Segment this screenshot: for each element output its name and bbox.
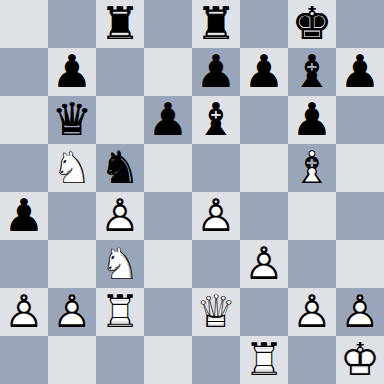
square-d4[interactable] <box>144 192 192 240</box>
square-b2[interactable]: ♟♙ <box>48 288 96 336</box>
black-knight[interactable]: ♞♘ <box>96 144 144 192</box>
square-b8[interactable] <box>48 0 96 48</box>
white-pawn[interactable]: ♟♙ <box>48 288 96 336</box>
square-c1[interactable] <box>96 336 144 384</box>
white-rook[interactable]: ♜♖ <box>240 336 288 384</box>
piece-glyph-fill: ♟ <box>336 288 384 336</box>
piece-glyph-outline: ♙ <box>288 288 336 336</box>
square-a1[interactable] <box>0 336 48 384</box>
square-a2[interactable]: ♟♙ <box>0 288 48 336</box>
black-rook[interactable]: ♜♖ <box>192 0 240 48</box>
black-pawn[interactable]: ♟♙ <box>240 48 288 96</box>
white-rook[interactable]: ♜♖ <box>96 288 144 336</box>
piece-glyph-outline: ♔ <box>288 0 336 48</box>
square-f5[interactable] <box>240 144 288 192</box>
square-f2[interactable] <box>240 288 288 336</box>
piece-glyph-fill: ♜ <box>240 336 288 384</box>
square-e2[interactable]: ♛♕ <box>192 288 240 336</box>
square-e7[interactable]: ♟♙ <box>192 48 240 96</box>
piece-glyph-outline: ♙ <box>0 288 48 336</box>
square-a6[interactable] <box>0 96 48 144</box>
square-c6[interactable] <box>96 96 144 144</box>
piece-glyph-fill: ♟ <box>192 192 240 240</box>
piece-glyph-outline: ♕ <box>48 96 96 144</box>
square-h5[interactable] <box>336 144 384 192</box>
square-c5[interactable]: ♞♘ <box>96 144 144 192</box>
square-c3[interactable]: ♞♘ <box>96 240 144 288</box>
piece-glyph-fill: ♝ <box>288 144 336 192</box>
square-h2[interactable]: ♟♙ <box>336 288 384 336</box>
piece-glyph-fill: ♞ <box>96 144 144 192</box>
black-pawn[interactable]: ♟♙ <box>0 192 48 240</box>
piece-glyph-outline: ♙ <box>240 240 288 288</box>
white-pawn[interactable]: ♟♙ <box>288 288 336 336</box>
square-g7[interactable]: ♝♗ <box>288 48 336 96</box>
piece-glyph-outline: ♗ <box>288 48 336 96</box>
black-bishop[interactable]: ♝♗ <box>288 48 336 96</box>
square-d6[interactable]: ♟♙ <box>144 96 192 144</box>
black-pawn[interactable]: ♟♙ <box>144 96 192 144</box>
piece-glyph-outline: ♗ <box>288 144 336 192</box>
square-b3[interactable] <box>48 240 96 288</box>
piece-glyph-fill: ♟ <box>288 96 336 144</box>
square-g2[interactable]: ♟♙ <box>288 288 336 336</box>
piece-glyph-fill: ♞ <box>96 240 144 288</box>
square-c2[interactable]: ♜♖ <box>96 288 144 336</box>
square-e8[interactable]: ♜♖ <box>192 0 240 48</box>
piece-glyph-fill: ♜ <box>192 0 240 48</box>
piece-glyph-fill: ♟ <box>48 288 96 336</box>
piece-glyph-fill: ♝ <box>288 48 336 96</box>
square-d5[interactable] <box>144 144 192 192</box>
square-h1[interactable]: ♚♔ <box>336 336 384 384</box>
black-pawn[interactable]: ♟♙ <box>48 48 96 96</box>
square-g5[interactable]: ♝♗ <box>288 144 336 192</box>
piece-glyph-fill: ♛ <box>192 288 240 336</box>
square-d1[interactable] <box>144 336 192 384</box>
piece-glyph-outline: ♙ <box>96 192 144 240</box>
piece-glyph-fill: ♟ <box>192 48 240 96</box>
white-pawn[interactable]: ♟♙ <box>96 192 144 240</box>
piece-glyph-outline: ♖ <box>192 0 240 48</box>
square-g6[interactable]: ♟♙ <box>288 96 336 144</box>
piece-glyph-fill: ♜ <box>96 0 144 48</box>
piece-glyph-fill: ♟ <box>48 48 96 96</box>
square-a3[interactable] <box>0 240 48 288</box>
square-e3[interactable] <box>192 240 240 288</box>
piece-glyph-outline: ♙ <box>48 288 96 336</box>
white-pawn[interactable]: ♟♙ <box>0 288 48 336</box>
black-queen[interactable]: ♛♕ <box>48 96 96 144</box>
piece-glyph-fill: ♟ <box>96 192 144 240</box>
black-pawn[interactable]: ♟♙ <box>336 48 384 96</box>
piece-glyph-outline: ♙ <box>336 48 384 96</box>
white-pawn[interactable]: ♟♙ <box>336 288 384 336</box>
piece-glyph-outline: ♙ <box>48 48 96 96</box>
piece-glyph-outline: ♘ <box>96 240 144 288</box>
black-king[interactable]: ♚♔ <box>288 0 336 48</box>
square-f7[interactable]: ♟♙ <box>240 48 288 96</box>
square-e4[interactable]: ♟♙ <box>192 192 240 240</box>
piece-glyph-fill: ♛ <box>48 96 96 144</box>
square-g3[interactable] <box>288 240 336 288</box>
chess-board: ♜♖♜♖♚♔♟♙♟♙♟♙♝♗♟♙♛♕♟♙♝♗♟♙♞♘♞♘♝♗♟♙♟♙♟♙♞♘♟♙… <box>0 0 384 384</box>
square-d2[interactable] <box>144 288 192 336</box>
square-b1[interactable] <box>48 336 96 384</box>
piece-glyph-fill: ♟ <box>336 48 384 96</box>
square-b5[interactable]: ♞♘ <box>48 144 96 192</box>
square-c4[interactable]: ♟♙ <box>96 192 144 240</box>
square-a8[interactable] <box>0 0 48 48</box>
square-f6[interactable] <box>240 96 288 144</box>
piece-glyph-outline: ♘ <box>48 144 96 192</box>
square-d8[interactable] <box>144 0 192 48</box>
square-e6[interactable]: ♝♗ <box>192 96 240 144</box>
square-g8[interactable]: ♚♔ <box>288 0 336 48</box>
square-a7[interactable] <box>0 48 48 96</box>
piece-glyph-fill: ♟ <box>240 240 288 288</box>
piece-glyph-outline: ♖ <box>240 336 288 384</box>
square-h4[interactable] <box>336 192 384 240</box>
piece-glyph-outline: ♘ <box>96 144 144 192</box>
white-bishop[interactable]: ♝♗ <box>288 144 336 192</box>
piece-glyph-outline: ♙ <box>240 48 288 96</box>
piece-glyph-fill: ♚ <box>336 336 384 384</box>
square-f1[interactable]: ♜♖ <box>240 336 288 384</box>
piece-glyph-outline: ♔ <box>336 336 384 384</box>
white-pawn[interactable]: ♟♙ <box>240 240 288 288</box>
white-queen[interactable]: ♛♕ <box>192 288 240 336</box>
square-a4[interactable]: ♟♙ <box>0 192 48 240</box>
square-c7[interactable] <box>96 48 144 96</box>
black-rook[interactable]: ♜♖ <box>96 0 144 48</box>
piece-glyph-outline: ♖ <box>96 0 144 48</box>
square-g4[interactable] <box>288 192 336 240</box>
piece-glyph-fill: ♟ <box>240 48 288 96</box>
square-e1[interactable] <box>192 336 240 384</box>
black-pawn[interactable]: ♟♙ <box>288 96 336 144</box>
piece-glyph-fill: ♞ <box>48 144 96 192</box>
square-a5[interactable] <box>0 144 48 192</box>
white-pawn[interactable]: ♟♙ <box>192 192 240 240</box>
square-b6[interactable]: ♛♕ <box>48 96 96 144</box>
piece-glyph-outline: ♙ <box>192 48 240 96</box>
piece-glyph-fill: ♚ <box>288 0 336 48</box>
square-b4[interactable] <box>48 192 96 240</box>
black-bishop[interactable]: ♝♗ <box>192 96 240 144</box>
square-h3[interactable] <box>336 240 384 288</box>
black-pawn[interactable]: ♟♙ <box>192 48 240 96</box>
square-f3[interactable]: ♟♙ <box>240 240 288 288</box>
piece-glyph-fill: ♝ <box>192 96 240 144</box>
white-knight[interactable]: ♞♘ <box>48 144 96 192</box>
piece-glyph-outline: ♙ <box>144 96 192 144</box>
square-e5[interactable] <box>192 144 240 192</box>
piece-glyph-outline: ♙ <box>336 288 384 336</box>
piece-glyph-outline: ♙ <box>192 192 240 240</box>
piece-glyph-outline: ♙ <box>288 96 336 144</box>
square-h7[interactable]: ♟♙ <box>336 48 384 96</box>
square-d7[interactable] <box>144 48 192 96</box>
piece-glyph-fill: ♟ <box>144 96 192 144</box>
piece-glyph-outline: ♗ <box>192 96 240 144</box>
piece-glyph-fill: ♜ <box>96 288 144 336</box>
square-d3[interactable] <box>144 240 192 288</box>
square-g1[interactable] <box>288 336 336 384</box>
piece-glyph-fill: ♟ <box>0 288 48 336</box>
piece-glyph-fill: ♟ <box>288 288 336 336</box>
white-king[interactable]: ♚♔ <box>336 336 384 384</box>
piece-glyph-outline: ♕ <box>192 288 240 336</box>
piece-glyph-outline: ♙ <box>0 192 48 240</box>
white-knight[interactable]: ♞♘ <box>96 240 144 288</box>
square-c8[interactable]: ♜♖ <box>96 0 144 48</box>
square-b7[interactable]: ♟♙ <box>48 48 96 96</box>
piece-glyph-fill: ♟ <box>0 192 48 240</box>
square-h8[interactable] <box>336 0 384 48</box>
square-f4[interactable] <box>240 192 288 240</box>
square-h6[interactable] <box>336 96 384 144</box>
square-f8[interactable] <box>240 0 288 48</box>
piece-glyph-outline: ♖ <box>96 288 144 336</box>
